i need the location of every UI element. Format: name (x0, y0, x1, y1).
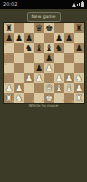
square-d8[interactable]: ♛ (34, 23, 44, 33)
square-e3[interactable] (44, 73, 54, 83)
square-h4[interactable] (74, 63, 84, 73)
rank-label: 6 (4, 43, 6, 46)
white-pawn: ♟ (55, 74, 63, 83)
square-c6[interactable]: ♞ (24, 43, 34, 53)
square-f7[interactable]: ♟ (54, 33, 64, 43)
square-c2[interactable] (24, 83, 34, 93)
square-g8[interactable] (64, 23, 74, 33)
square-e8[interactable]: ♚ (44, 23, 54, 33)
rank-label: 3 (4, 73, 6, 76)
square-d7[interactable] (34, 33, 44, 43)
white-queen: ♛ (45, 84, 53, 93)
black-pawn: ♟ (25, 34, 33, 43)
square-b6[interactable] (14, 43, 24, 53)
white-king: ♚ (45, 94, 53, 103)
status-bar: 20:02 (0, 0, 87, 9)
file-label: h (82, 100, 84, 103)
square-b5[interactable] (14, 53, 24, 63)
black-pawn: ♟ (45, 54, 53, 63)
square-b4[interactable] (14, 63, 24, 73)
square-d1[interactable]: d (34, 93, 44, 103)
square-c1[interactable]: c (24, 93, 34, 103)
square-e5[interactable]: ♟ (44, 53, 54, 63)
black-pawn: ♟ (15, 34, 23, 43)
square-a7[interactable]: 7♟ (4, 33, 14, 43)
square-f2[interactable]: ♝ (54, 83, 64, 93)
turn-indicator: White to move (0, 104, 87, 108)
square-e2[interactable]: ♛ (44, 83, 54, 93)
square-e4[interactable]: ♟ (44, 63, 54, 73)
white-pawn: ♟ (65, 74, 73, 83)
square-f1[interactable]: f (54, 93, 64, 103)
square-d5[interactable] (34, 53, 44, 63)
square-b3[interactable] (14, 73, 24, 83)
square-b1[interactable]: b♞ (14, 93, 24, 103)
black-rook: ♜ (75, 24, 83, 33)
square-d2[interactable] (34, 83, 44, 93)
square-h1[interactable]: h♜ (74, 93, 84, 103)
rank-label: 5 (4, 53, 6, 56)
square-g4[interactable] (64, 63, 74, 73)
black-rook: ♜ (5, 24, 13, 33)
square-e6[interactable]: ♝ (44, 43, 54, 53)
square-e1[interactable]: e♚ (44, 93, 54, 103)
black-bishop: ♝ (35, 44, 43, 53)
square-h6[interactable]: ♟ (74, 43, 84, 53)
square-f5[interactable] (54, 53, 64, 63)
rank-label: 8 (4, 23, 6, 26)
square-a8[interactable]: 8♜ (4, 23, 14, 33)
white-rook: ♜ (5, 94, 13, 103)
square-a1[interactable]: 1a♜ (4, 93, 14, 103)
white-pawn: ♟ (25, 74, 33, 83)
square-g3[interactable]: ♟ (64, 73, 74, 83)
white-pawn: ♟ (15, 84, 23, 93)
square-e7[interactable] (44, 33, 54, 43)
square-c8[interactable] (24, 23, 34, 33)
black-knight: ♞ (25, 44, 33, 53)
black-pawn: ♟ (35, 64, 43, 73)
square-b2[interactable]: ♟ (14, 83, 24, 93)
black-bishop: ♝ (45, 44, 53, 53)
wifi-icon (72, 3, 76, 7)
square-d4[interactable]: ♟ (34, 63, 44, 73)
black-pawn: ♟ (5, 34, 13, 43)
rank-label: 4 (4, 63, 6, 66)
white-bishop: ♝ (55, 84, 63, 93)
phone-screen: 20:02 New game 8♜♛♚♜7♟♟♟♟♟6♞♝♝♞♟5♟4♟♟3♟♟… (0, 0, 87, 182)
square-g7[interactable]: ♟ (64, 33, 74, 43)
square-b7[interactable]: ♟ (14, 33, 24, 43)
white-rook: ♜ (75, 94, 83, 103)
square-f8[interactable] (54, 23, 64, 33)
square-g6[interactable] (64, 43, 74, 53)
black-pawn: ♟ (55, 34, 63, 43)
square-h8[interactable]: ♜ (74, 23, 84, 33)
white-pawn: ♟ (35, 74, 43, 83)
rank-label: 7 (4, 33, 6, 36)
white-bishop: ♝ (65, 84, 73, 93)
square-d3[interactable]: ♟ (34, 73, 44, 83)
square-c5[interactable] (24, 53, 34, 63)
rank-label: 1 (4, 93, 6, 96)
status-icons (72, 2, 85, 8)
clock-time: 20:02 (3, 2, 17, 7)
square-g1[interactable]: g (64, 93, 74, 103)
black-pawn: ♟ (75, 44, 83, 53)
chess-board[interactable]: 8♜♛♚♜7♟♟♟♟♟6♞♝♝♞♟5♟4♟♟3♟♟♟♟♞2♟♟♛♝♝♟1a♜b♞… (3, 22, 85, 104)
white-knight: ♞ (75, 74, 83, 83)
new-game-button[interactable]: New game (26, 12, 60, 22)
square-c4[interactable] (24, 63, 34, 73)
square-h7[interactable] (74, 33, 84, 43)
square-a3[interactable]: 3 (4, 73, 14, 83)
white-knight: ♞ (15, 94, 23, 103)
black-knight: ♞ (55, 44, 63, 53)
square-f4[interactable] (54, 63, 64, 73)
square-a4[interactable]: 4 (4, 63, 14, 73)
square-b8[interactable] (14, 23, 24, 33)
square-h2[interactable]: ♟ (74, 83, 84, 93)
white-pawn: ♟ (75, 84, 83, 93)
square-a2[interactable]: 2♟ (4, 83, 14, 93)
black-pawn: ♟ (65, 34, 73, 43)
black-king: ♚ (45, 24, 53, 33)
square-h5[interactable] (74, 53, 84, 63)
square-a5[interactable]: 5 (4, 53, 14, 63)
square-f3[interactable]: ♟ (54, 73, 64, 83)
white-pawn: ♟ (5, 84, 13, 93)
square-a6[interactable]: 6 (4, 43, 14, 53)
square-f6[interactable]: ♞ (54, 43, 64, 53)
square-c3[interactable]: ♟ (24, 73, 34, 83)
black-queen: ♛ (35, 24, 43, 33)
square-d6[interactable]: ♝ (34, 43, 44, 53)
battery-icon (81, 2, 84, 8)
square-h3[interactable]: ♞ (74, 73, 84, 83)
signal-icon (77, 3, 80, 7)
square-g5[interactable] (64, 53, 74, 63)
rank-label: 2 (4, 83, 6, 86)
square-c7[interactable]: ♟ (24, 33, 34, 43)
white-pawn: ♟ (45, 64, 53, 73)
square-g2[interactable]: ♝ (64, 83, 74, 93)
